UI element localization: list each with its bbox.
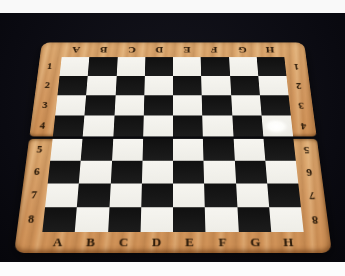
rank-label-right-1: 1	[284, 57, 308, 76]
square-f6	[203, 161, 235, 184]
square-h1	[256, 57, 286, 76]
square-g5	[233, 139, 265, 161]
rank-label-right-5: 5	[293, 139, 319, 161]
board-bottom-half: 55667788ABCDEFGH	[14, 139, 332, 253]
file-label-top-e: E	[173, 42, 201, 57]
rank-label-right-2: 2	[286, 76, 311, 95]
square-g6	[234, 161, 267, 184]
file-label-bottom-g: G	[238, 232, 272, 253]
file-label-bottom-f: F	[205, 232, 239, 253]
rank-label-right-6: 6	[295, 161, 322, 184]
square-d2	[144, 76, 173, 95]
square-g2	[229, 76, 259, 95]
file-label-bottom-b: B	[73, 232, 107, 253]
square-b8	[74, 207, 108, 232]
square-d3	[143, 95, 172, 115]
rank-label-left-7: 7	[20, 184, 48, 208]
square-a8	[42, 207, 77, 232]
square-d1	[144, 57, 172, 76]
board-top-half: ABCDEFGH11223344	[29, 42, 316, 136]
square-h3	[259, 95, 290, 115]
frame-corner-top-left	[39, 42, 62, 57]
square-h6	[265, 161, 298, 184]
frame-corner-top-right	[282, 42, 305, 57]
photo-dark-background: ABCDEFGH11223344 55667788ABCDEFGH	[0, 13, 345, 262]
square-h2	[258, 76, 289, 95]
square-g1	[228, 57, 257, 76]
product-photo: ABCDEFGH11223344 55667788ABCDEFGH	[0, 0, 345, 276]
file-label-top-g: G	[227, 42, 256, 57]
square-a1	[59, 57, 89, 76]
square-b2	[86, 76, 116, 95]
square-a5	[50, 139, 83, 161]
square-c1	[116, 57, 145, 76]
square-f1	[200, 57, 229, 76]
file-label-bottom-e: E	[173, 232, 206, 253]
file-label-top-c: C	[117, 42, 145, 57]
square-a7	[45, 184, 79, 208]
square-f8	[204, 207, 237, 232]
square-e7	[173, 184, 205, 208]
rank-label-right-4: 4	[290, 115, 316, 136]
frame-corner-bottom-left	[14, 232, 42, 253]
rank-label-left-3: 3	[32, 95, 57, 115]
square-c3	[114, 95, 144, 115]
square-e8	[173, 207, 206, 232]
square-d8	[140, 207, 173, 232]
photo-top-white-strip	[0, 0, 345, 13]
rank-label-left-4: 4	[29, 115, 55, 136]
square-c8	[107, 207, 140, 232]
square-e1	[173, 57, 201, 76]
square-a2	[57, 76, 88, 95]
square-b5	[80, 139, 112, 161]
square-d5	[142, 139, 173, 161]
square-e4	[173, 115, 203, 136]
photo-bottom-white-strip	[0, 262, 345, 276]
square-a3	[55, 95, 86, 115]
square-c5	[111, 139, 142, 161]
square-g8	[236, 207, 270, 232]
square-f5	[203, 139, 234, 161]
chessboard: ABCDEFGH11223344 55667788ABCDEFGH	[14, 42, 332, 253]
square-g4	[231, 115, 262, 136]
square-h8	[268, 207, 303, 232]
square-d4	[142, 115, 172, 136]
square-d6	[141, 161, 172, 184]
rank-label-left-1: 1	[37, 57, 61, 76]
frame-corner-bottom-right	[303, 232, 331, 253]
square-f7	[204, 184, 237, 208]
file-label-bottom-c: C	[106, 232, 140, 253]
rank-label-left-2: 2	[34, 76, 59, 95]
square-g3	[230, 95, 261, 115]
square-c4	[112, 115, 143, 136]
rank-label-left-5: 5	[26, 139, 52, 161]
square-e3	[173, 95, 202, 115]
square-h7	[266, 184, 300, 208]
file-label-top-b: B	[89, 42, 118, 57]
square-c2	[115, 76, 144, 95]
square-c6	[110, 161, 142, 184]
square-b6	[79, 161, 112, 184]
file-label-top-d: D	[145, 42, 173, 57]
rank-label-left-8: 8	[16, 207, 44, 232]
file-label-top-f: F	[200, 42, 228, 57]
square-c7	[109, 184, 142, 208]
rank-label-right-8: 8	[300, 207, 328, 232]
file-label-bottom-a: A	[40, 232, 75, 253]
rank-label-right-3: 3	[288, 95, 313, 115]
square-g7	[235, 184, 268, 208]
square-b3	[84, 95, 115, 115]
square-b7	[77, 184, 110, 208]
square-f3	[201, 95, 231, 115]
square-e6	[173, 161, 204, 184]
square-a4	[52, 115, 84, 136]
square-h4	[261, 115, 293, 136]
square-f2	[201, 76, 230, 95]
file-label-bottom-h: H	[271, 232, 306, 253]
rank-label-left-6: 6	[23, 161, 50, 184]
square-h5	[263, 139, 296, 161]
square-f4	[202, 115, 233, 136]
square-b1	[87, 57, 116, 76]
square-b4	[82, 115, 113, 136]
square-e5	[173, 139, 204, 161]
board-perspective-wrap: ABCDEFGH11223344 55667788ABCDEFGH	[14, 42, 332, 253]
rank-label-right-7: 7	[298, 184, 326, 208]
file-label-top-h: H	[255, 42, 284, 57]
square-d7	[141, 184, 173, 208]
file-label-top-a: A	[61, 42, 90, 57]
file-label-bottom-d: D	[139, 232, 172, 253]
square-a6	[47, 161, 80, 184]
square-e2	[173, 76, 202, 95]
